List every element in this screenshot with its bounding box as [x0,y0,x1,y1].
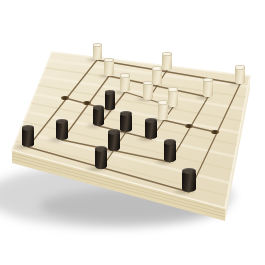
peg-white-d6[interactable] [152,68,162,85]
peg-black-f2[interactable] [164,141,176,162]
peg-white-d7[interactable] [162,54,171,70]
peg-top-face [120,111,131,116]
peg-top-face [56,119,68,124]
board-photo [0,0,265,265]
peg-white-a7[interactable] [93,44,102,60]
peg-black-d2[interactable] [108,131,120,151]
peg-white-e4[interactable] [158,101,169,120]
peg-white-b6[interactable] [104,59,114,76]
peg-black-g1[interactable] [182,170,195,192]
peg-white-c5[interactable] [120,75,130,92]
peg-black-c3[interactable] [93,107,104,126]
peg-top-face [108,129,120,135]
peg-top-face [22,125,34,130]
board-svg [0,0,265,265]
peg-black-b2[interactable] [56,120,68,140]
peg-top-face [235,65,245,70]
peg-black-d1[interactable] [95,148,108,169]
peg-top-face [95,146,108,152]
peg-black-d3[interactable] [120,113,131,132]
peg-top-face [164,139,176,145]
peg-top-face [104,58,114,62]
peg-white-g7[interactable] [235,67,245,84]
peg-top-face [93,43,102,47]
peg-top-face [120,73,130,78]
peg-top-face [168,87,179,92]
peg-black-e3[interactable] [145,119,157,139]
peg-top-face [145,118,157,123]
peg-white-e5[interactable] [168,89,179,107]
peg-top-face [152,66,162,71]
hole-b4[interactable] [83,101,91,105]
hole-a4[interactable] [61,96,69,100]
peg-top-face [158,100,169,105]
peg-white-d5[interactable] [143,82,153,100]
peg-white-f6[interactable] [203,79,213,97]
peg-black-a1[interactable] [22,127,34,147]
peg-top-face [182,168,195,174]
peg-black-c4[interactable] [105,92,116,110]
